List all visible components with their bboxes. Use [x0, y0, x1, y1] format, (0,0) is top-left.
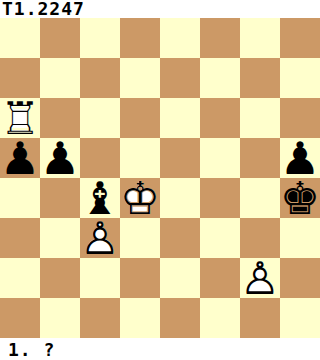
square-f7[interactable]: [200, 58, 240, 98]
white-pawn[interactable]: ♟♙: [240, 258, 280, 298]
square-e1[interactable]: [160, 298, 200, 338]
black-pawn-glyph: ♟: [40, 138, 80, 178]
square-g6[interactable]: [240, 98, 280, 138]
square-e4[interactable]: [160, 178, 200, 218]
square-d6[interactable]: [120, 98, 160, 138]
square-a2[interactable]: [0, 258, 40, 298]
white-pawn-glyph: ♙: [240, 258, 280, 298]
square-c2[interactable]: [80, 258, 120, 298]
square-b1[interactable]: [40, 298, 80, 338]
square-c8[interactable]: [80, 18, 120, 58]
black-king-glyph: ♚: [280, 178, 320, 218]
square-b2[interactable]: [40, 258, 80, 298]
white-pawn-glyph: ♙: [80, 218, 120, 258]
square-g2[interactable]: ♟♙: [240, 258, 280, 298]
square-c6[interactable]: [80, 98, 120, 138]
square-f1[interactable]: [200, 298, 240, 338]
square-b7[interactable]: [40, 58, 80, 98]
white-king-glyph: ♔: [120, 178, 160, 218]
square-c7[interactable]: [80, 58, 120, 98]
square-d7[interactable]: [120, 58, 160, 98]
square-e3[interactable]: [160, 218, 200, 258]
square-g5[interactable]: [240, 138, 280, 178]
square-g8[interactable]: [240, 18, 280, 58]
square-a8[interactable]: [0, 18, 40, 58]
black-pawn-glyph: ♟: [0, 138, 40, 178]
square-e6[interactable]: [160, 98, 200, 138]
square-h7[interactable]: [280, 58, 320, 98]
square-a3[interactable]: [0, 218, 40, 258]
square-f4[interactable]: [200, 178, 240, 218]
square-f5[interactable]: [200, 138, 240, 178]
white-king[interactable]: ♚♔: [120, 178, 160, 218]
square-d4[interactable]: ♚♔: [120, 178, 160, 218]
chess-puzzle-window: T1.2247 ♜♖♟♟♟♝♚♔♚♟♙♟♙ 1. ?: [0, 0, 320, 360]
square-c1[interactable]: [80, 298, 120, 338]
square-h8[interactable]: [280, 18, 320, 58]
square-d2[interactable]: [120, 258, 160, 298]
chess-board: ♜♖♟♟♟♝♚♔♚♟♙♟♙: [0, 18, 320, 338]
square-b4[interactable]: [40, 178, 80, 218]
white-pawn[interactable]: ♟♙: [80, 218, 120, 258]
square-h4[interactable]: ♚: [280, 178, 320, 218]
move-prompt-bar: 1. ?: [0, 338, 320, 360]
square-g7[interactable]: [240, 58, 280, 98]
square-a1[interactable]: [0, 298, 40, 338]
black-pawn[interactable]: ♟: [0, 138, 40, 178]
square-b5[interactable]: ♟: [40, 138, 80, 178]
square-e7[interactable]: [160, 58, 200, 98]
puzzle-id: T1.2247: [0, 0, 85, 18]
square-f2[interactable]: [200, 258, 240, 298]
black-pawn[interactable]: ♟: [40, 138, 80, 178]
square-f3[interactable]: [200, 218, 240, 258]
square-f6[interactable]: [200, 98, 240, 138]
square-b8[interactable]: [40, 18, 80, 58]
square-d3[interactable]: [120, 218, 160, 258]
square-f8[interactable]: [200, 18, 240, 58]
square-a5[interactable]: ♟: [0, 138, 40, 178]
square-d8[interactable]: [120, 18, 160, 58]
move-prompt: 1. ?: [0, 338, 55, 359]
black-king[interactable]: ♚: [280, 178, 320, 218]
square-g1[interactable]: [240, 298, 280, 338]
square-e8[interactable]: [160, 18, 200, 58]
square-b3[interactable]: [40, 218, 80, 258]
square-g4[interactable]: [240, 178, 280, 218]
square-e2[interactable]: [160, 258, 200, 298]
square-h3[interactable]: [280, 218, 320, 258]
square-c3[interactable]: ♟♙: [80, 218, 120, 258]
puzzle-header: T1.2247: [0, 0, 320, 18]
square-h1[interactable]: [280, 298, 320, 338]
square-d1[interactable]: [120, 298, 160, 338]
square-a4[interactable]: [0, 178, 40, 218]
square-e5[interactable]: [160, 138, 200, 178]
square-h2[interactable]: [280, 258, 320, 298]
